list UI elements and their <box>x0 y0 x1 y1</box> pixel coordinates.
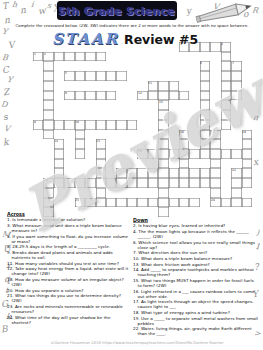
grid-cell[interactable] <box>169 198 179 208</box>
clue-item: 23. Are rocks and minerals nonrenewable … <box>7 304 131 314</box>
grid-cell[interactable] <box>96 178 106 188</box>
grid-cell[interactable] <box>96 168 106 178</box>
grid-cell[interactable]: 20 <box>137 149 147 159</box>
grid-cell[interactable] <box>85 178 95 188</box>
grid-cell[interactable] <box>85 52 95 62</box>
grid-cell[interactable] <box>158 81 168 91</box>
clue-item: 5. If you want something to float, do yo… <box>7 234 131 244</box>
grid-cell[interactable] <box>200 71 210 81</box>
review-title: STAAR Review #5 <box>52 29 198 48</box>
clue-number: 7 <box>232 61 234 64</box>
grid-cell[interactable] <box>75 139 85 149</box>
scatter-letter: k <box>2 138 9 148</box>
grid-cell[interactable] <box>221 81 231 91</box>
grid-cell[interactable]: 5 <box>64 71 74 81</box>
grid-cell[interactable] <box>210 159 220 169</box>
grid-cell[interactable]: 10 <box>75 120 85 130</box>
grid-cell[interactable] <box>231 198 241 208</box>
scatter-letter: Z <box>2 88 10 98</box>
grid-cell[interactable] <box>148 91 158 101</box>
grid-cell[interactable] <box>75 130 85 140</box>
clue-item: 14. Add _____ to separate toothpicks and… <box>133 268 259 278</box>
scatter-letter: V <box>4 125 11 134</box>
grid-cell[interactable] <box>148 149 158 159</box>
grid-cell[interactable] <box>116 198 126 208</box>
grid-cell[interactable] <box>210 168 220 178</box>
clue-number: 2 <box>44 52 46 55</box>
across-header: Across <box>7 211 131 217</box>
clue-number: 13 <box>96 139 100 142</box>
worksheet-page: ThniwsXPfsyVoRnYVBCYZDsVknxMUxqtGkB)?1Y>… <box>0 0 263 350</box>
clue-number: 15 <box>159 100 163 103</box>
grid-cell[interactable] <box>127 168 137 178</box>
grid-cell[interactable] <box>210 139 220 149</box>
grid-cell[interactable] <box>158 168 168 178</box>
title-banner: 5th Grade Science <box>57 1 177 20</box>
grid-cell[interactable] <box>85 198 95 208</box>
grid-cell[interactable] <box>96 91 106 101</box>
clue-number: 21 <box>117 168 121 171</box>
grid-cell[interactable] <box>148 198 158 208</box>
grid-cell[interactable] <box>221 149 231 159</box>
clue-item: 22. Water, living things, air, gravity m… <box>133 327 259 337</box>
grid-cell[interactable] <box>75 178 85 188</box>
grid-cell[interactable] <box>189 178 199 188</box>
scatter-letter: i <box>31 1 35 9</box>
grid-cell[interactable] <box>106 91 116 101</box>
grid-cell[interactable] <box>54 168 64 178</box>
grid-cell[interactable] <box>96 149 106 159</box>
grid-cell[interactable]: 24 <box>210 198 220 208</box>
grid-cell[interactable] <box>179 198 189 208</box>
scatter-letter: w <box>37 6 46 16</box>
grid-cell[interactable] <box>242 159 252 169</box>
grid-cell[interactable]: 22 <box>231 168 241 178</box>
grid-cell[interactable]: 11 <box>148 81 158 91</box>
grid-cell[interactable]: 7 <box>231 61 241 71</box>
grid-cell[interactable] <box>210 42 220 52</box>
grid-cell[interactable] <box>189 198 199 208</box>
grid-cell[interactable] <box>158 178 168 188</box>
staar-logo: STAAR <box>52 30 119 48</box>
crossword-grid: 341267511812159101617191413202122182324 <box>33 42 252 217</box>
grid-cell[interactable] <box>137 168 147 178</box>
grid-cell[interactable] <box>137 198 147 208</box>
clue-number: 18 <box>44 178 48 181</box>
grid-cell[interactable] <box>43 198 53 208</box>
review-number: Review #5 <box>124 32 198 47</box>
grid-cell[interactable]: 15 <box>158 100 168 110</box>
grid-cell[interactable] <box>231 81 241 91</box>
grid-cell[interactable] <box>221 71 231 81</box>
clue-number: 17 <box>211 130 215 133</box>
grid-cell[interactable] <box>179 91 189 101</box>
clue-item: 3. What measurement unit does a triple b… <box>7 223 131 233</box>
grid-cell[interactable] <box>179 159 189 169</box>
grid-cell[interactable] <box>158 120 168 130</box>
grid-cell[interactable] <box>43 130 53 140</box>
grid-cell[interactable] <box>200 81 210 91</box>
page-title: 5th Grade Science <box>59 5 175 17</box>
grid-cell[interactable] <box>75 91 85 101</box>
clue-number: 19 <box>242 130 246 133</box>
grid-cell[interactable]: 2 <box>43 52 53 62</box>
grid-cell[interactable] <box>210 178 220 188</box>
grid-cell[interactable] <box>200 130 210 140</box>
grid-cell[interactable] <box>231 149 241 159</box>
grid-cell[interactable] <box>75 149 85 159</box>
grid-cell[interactable] <box>43 71 53 81</box>
grid-cell[interactable] <box>200 168 210 178</box>
clue-item: 20. How do you separate a solution? <box>7 288 131 293</box>
grid-cell[interactable] <box>242 168 252 178</box>
clue-item: 18. What type of energy spins a wind tur… <box>133 310 259 315</box>
grid-cell[interactable] <box>189 149 199 159</box>
grid-cell[interactable] <box>158 159 168 169</box>
grid-cell[interactable] <box>54 178 64 188</box>
grid-cell[interactable] <box>242 149 252 159</box>
across-clue-list: 1. Is lemonade a mixture or solution?3. … <box>7 218 131 325</box>
grid-cell[interactable] <box>106 198 116 208</box>
clue-item: 21. What two things do you use to determ… <box>7 294 131 304</box>
grid-cell[interactable] <box>96 198 106 208</box>
scatter-letter: n <box>3 16 10 26</box>
grid-cell[interactable]: 1 <box>33 52 43 62</box>
scatter-letter: T <box>1 2 8 12</box>
copyright-footer: ©Darlene Houseman 2018 https://www.teach… <box>24 340 250 349</box>
grid-cell[interactable] <box>200 42 210 52</box>
grid-cell[interactable] <box>221 61 231 71</box>
grid-cell[interactable] <box>179 139 189 149</box>
grid-cell[interactable] <box>116 71 126 81</box>
grid-cell[interactable]: 6 <box>200 61 210 71</box>
grid-cell[interactable] <box>169 91 179 101</box>
grid-cell[interactable] <box>148 168 158 178</box>
scatter-letter: B <box>2 54 9 63</box>
grid-cell[interactable] <box>64 120 74 130</box>
grid-cell[interactable] <box>75 52 85 62</box>
grid-cell[interactable] <box>158 188 168 198</box>
grid-cell[interactable] <box>106 178 116 188</box>
clue-item: 16. Light refracted in a ___ causes rain… <box>133 289 259 299</box>
clue-item: 9. Breaks down dead plants and animals a… <box>7 250 131 260</box>
grid-cell[interactable] <box>43 188 53 198</box>
clue-number: 14 <box>54 139 58 142</box>
grid-cell[interactable]: 16 <box>179 130 189 140</box>
grid-cell[interactable] <box>43 91 53 101</box>
grid-cell[interactable] <box>189 168 199 178</box>
grid-cell[interactable] <box>169 168 179 178</box>
grid-cell[interactable] <box>85 71 95 81</box>
grid-cell[interactable] <box>75 71 85 81</box>
clue-item: 2. Is having blue eyes, learned or inher… <box>133 224 259 229</box>
grid-cell[interactable] <box>231 188 241 198</box>
grid-cell[interactable] <box>43 100 53 110</box>
clue-number: 23 <box>75 198 79 201</box>
scatter-letter: V <box>7 41 15 51</box>
down-clue-list: 2. Is having blue eyes, learned or inher… <box>133 224 259 337</box>
grid-cell[interactable] <box>96 188 106 198</box>
grid-cell[interactable] <box>200 91 210 101</box>
across-clues-column: Across 1. Is lemonade a mixture or solut… <box>7 211 131 350</box>
clue-item: 12. Take away heat energy from a liquid,… <box>7 267 131 277</box>
clue-number: 12 <box>138 91 142 94</box>
grid-cell[interactable] <box>169 149 179 159</box>
grid-cell[interactable] <box>127 198 137 208</box>
clue-item: 4. The the moon lights up because it ref… <box>133 229 259 239</box>
grid-cell[interactable] <box>231 71 241 81</box>
clue-item: 11. How many variables should you test a… <box>7 261 131 266</box>
clue-item: 13. What does friction work against? <box>133 262 259 267</box>
copyright-text: ©Darlene Houseman 2018 https://www.teach… <box>24 340 250 345</box>
grid-cell[interactable] <box>158 110 168 120</box>
grid-cell[interactable] <box>221 100 231 110</box>
grid-cell[interactable] <box>85 91 95 101</box>
scatter-letter: s <box>2 113 8 123</box>
grid-cell[interactable] <box>200 110 210 120</box>
clue-number: 16 <box>180 130 184 133</box>
grid-cell[interactable] <box>96 52 106 62</box>
clue-number: 24 <box>211 198 215 201</box>
grid-cell[interactable]: 18 <box>43 178 53 188</box>
grid-cell[interactable] <box>179 168 189 178</box>
grid-cell[interactable] <box>179 178 189 188</box>
grid-cell[interactable] <box>54 52 64 62</box>
clue-number: 10 <box>75 120 79 123</box>
grid-cell[interactable] <box>54 149 64 159</box>
grid-cell[interactable] <box>221 91 231 101</box>
grid-cell[interactable]: 13 <box>96 139 106 149</box>
grid-cell[interactable] <box>43 120 53 130</box>
grid-cell[interactable] <box>116 178 126 188</box>
clue-item: 19. Use a _____ to separate small metal … <box>133 316 259 326</box>
grid-cell[interactable] <box>158 207 168 217</box>
clue-item: 8. 28-29.5 days is the length of a _____… <box>7 245 131 250</box>
grid-cell[interactable] <box>43 110 53 120</box>
grid-cell[interactable] <box>200 178 210 188</box>
grid-cell[interactable] <box>242 139 252 149</box>
grid-cell[interactable]: 8 <box>64 91 74 101</box>
grid-cell[interactable] <box>106 71 116 81</box>
grid-cell[interactable]: 21 <box>116 168 126 178</box>
scatter-letter: h <box>12 1 18 10</box>
grid-cell[interactable] <box>54 159 64 169</box>
grid-cell[interactable] <box>231 91 241 101</box>
grid-cell[interactable]: 23 <box>75 198 85 208</box>
grid-cell[interactable] <box>169 81 179 91</box>
grid-cell[interactable] <box>43 61 53 71</box>
grid-cell[interactable] <box>64 52 74 62</box>
clue-number: 11 <box>148 81 152 84</box>
grid-cell[interactable]: 19 <box>242 130 252 140</box>
grid-cell[interactable] <box>54 120 64 130</box>
grid-cell[interactable] <box>221 120 231 130</box>
grid-cell[interactable] <box>158 139 168 149</box>
clue-item: 10. What does a triple beam balance meas… <box>133 256 259 261</box>
grid-cell[interactable] <box>169 178 179 188</box>
grid-cell[interactable] <box>221 110 231 120</box>
clue-number: 22 <box>232 168 236 171</box>
grid-cell[interactable] <box>106 120 116 130</box>
grid-cell[interactable]: 9 <box>33 120 43 130</box>
grid-cell[interactable] <box>158 149 168 159</box>
grid-cell[interactable] <box>179 149 189 159</box>
grid-cell[interactable] <box>116 120 126 130</box>
clue-item: 18. How do you measure volume of an irre… <box>7 277 131 287</box>
grid-cell[interactable]: 12 <box>137 91 147 101</box>
scatter-letter: Y <box>7 76 13 85</box>
grid-cell[interactable] <box>242 178 252 188</box>
clue-item: 7. What direction does the sun set? <box>133 251 259 256</box>
grid-cell[interactable] <box>96 159 106 169</box>
down-clues-column: Down 2. Is having blue eyes, learned or … <box>133 217 259 350</box>
grid-cell[interactable] <box>158 130 168 140</box>
grid-cell[interactable] <box>158 198 168 208</box>
grid-cell[interactable] <box>200 139 210 149</box>
grid-cell[interactable] <box>96 71 106 81</box>
grid-cell[interactable] <box>221 198 231 208</box>
grid-cell[interactable] <box>137 178 147 188</box>
grid-cell[interactable] <box>231 178 241 188</box>
scatter-letter: x <box>252 158 258 168</box>
scatter-letter: s <box>47 2 52 10</box>
clue-item: 17. As light travels through an object t… <box>133 300 259 310</box>
grid-cell[interactable] <box>127 178 137 188</box>
clue-number: 8 <box>65 91 67 94</box>
scatter-letter: D <box>1 101 8 110</box>
clue-number: 1 <box>34 52 36 55</box>
scatter-letter: y <box>185 7 191 17</box>
scatter-letter: n <box>19 6 26 16</box>
grid-cell[interactable] <box>200 149 210 159</box>
clue-number: 20 <box>138 149 142 152</box>
clue-number: 9 <box>34 120 36 123</box>
grid-cell[interactable]: 17 <box>210 130 220 140</box>
grid-cell[interactable] <box>96 120 106 130</box>
grid-cell[interactable] <box>210 188 220 198</box>
grid-cell[interactable] <box>148 178 158 188</box>
grid-cell[interactable]: 14 <box>54 139 64 149</box>
clue-item: 24. What time of the day will your shado… <box>7 315 131 325</box>
clue-item: 1. Is lemonade a mixture or solution? <box>7 218 131 223</box>
clue-number: 5 <box>65 71 67 74</box>
grid-cell[interactable] <box>85 120 95 130</box>
down-header: Down <box>133 217 259 223</box>
grid-cell[interactable] <box>200 120 210 130</box>
clue-number: 6 <box>200 61 202 64</box>
grid-cell[interactable] <box>200 100 210 110</box>
clue-number: 4 <box>221 42 223 45</box>
grid-cell[interactable] <box>210 149 220 159</box>
scatter-letter: Y <box>2 28 8 37</box>
grid-cell[interactable] <box>221 52 231 62</box>
grid-cell[interactable] <box>64 178 74 188</box>
grid-cell[interactable] <box>127 120 137 130</box>
grid-cell[interactable]: 4 <box>221 42 231 52</box>
grid-cell[interactable] <box>242 198 252 208</box>
clue-item: 6. Which science tool allows you to see … <box>133 240 259 250</box>
scatter-letter: n <box>253 114 259 123</box>
grid-cell[interactable] <box>43 81 53 91</box>
clue-item: 15. What two things MUST happen in order… <box>133 278 259 288</box>
